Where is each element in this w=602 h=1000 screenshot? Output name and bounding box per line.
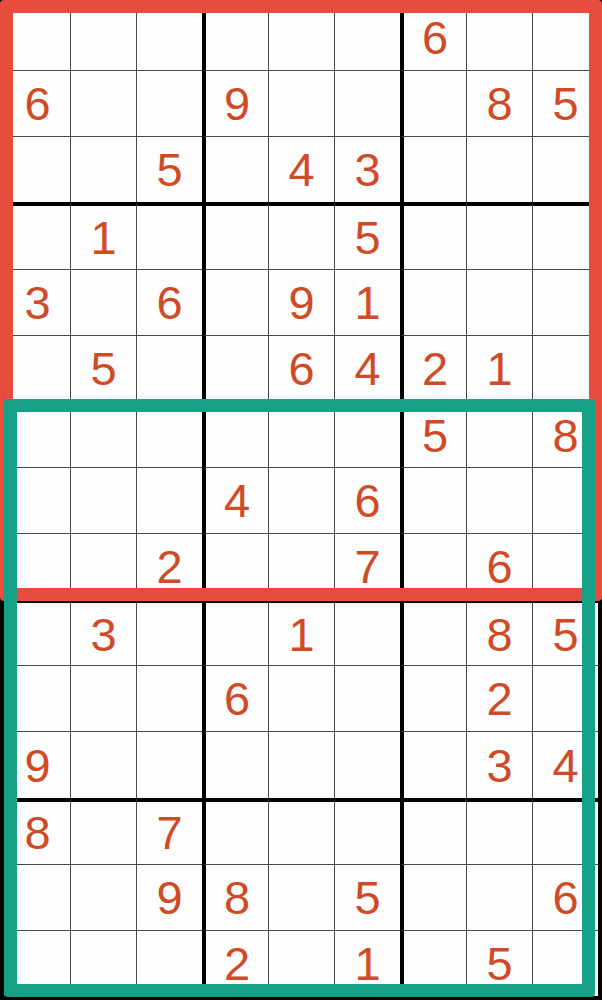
cell-r9c2[interactable] — [70, 533, 136, 599]
cell-r6c4[interactable] — [202, 335, 268, 401]
cell-r1c8[interactable] — [466, 4, 532, 70]
cell-r6c6[interactable]: 4 — [334, 335, 400, 401]
cell-r1c7[interactable]: 6 — [400, 4, 466, 70]
cell-r6c8[interactable]: 1 — [466, 335, 532, 401]
cell-r10c5[interactable]: 1 — [268, 599, 334, 665]
cell-r10c4[interactable] — [202, 599, 268, 665]
given-digit-3: 3 — [24, 279, 50, 326]
given-digit-8: 8 — [552, 412, 578, 459]
cell-r15c4[interactable]: 2 — [202, 930, 268, 996]
cell-r9c5[interactable] — [268, 533, 334, 599]
cell-r5c5[interactable]: 9 — [268, 269, 334, 335]
cell-r15c7[interactable] — [400, 930, 466, 996]
given-digit-4: 4 — [552, 742, 578, 789]
given-digit-5: 5 — [552, 80, 578, 127]
cell-r2c8[interactable]: 8 — [466, 70, 532, 136]
given-digit-9: 9 — [156, 874, 182, 921]
cell-r8c5[interactable] — [268, 467, 334, 533]
cell-r8c4[interactable]: 4 — [202, 467, 268, 533]
cell-r3c3[interactable]: 5 — [136, 136, 202, 202]
cell-r12c1[interactable]: 9 — [4, 731, 70, 797]
cell-r6c3[interactable] — [136, 335, 202, 401]
cell-r2c2[interactable] — [70, 70, 136, 136]
cell-r5c8[interactable] — [466, 269, 532, 335]
cell-r11c9[interactable] — [532, 665, 598, 731]
given-digit-1: 1 — [486, 345, 512, 392]
cell-r11c7[interactable] — [400, 665, 466, 731]
cell-r1c4[interactable] — [202, 4, 268, 70]
cell-r9c9[interactable] — [532, 533, 598, 599]
given-digit-5: 5 — [422, 412, 448, 459]
cell-r9c8[interactable]: 6 — [466, 533, 532, 599]
cell-r2c9[interactable]: 5 — [532, 70, 598, 136]
cell-r3c5[interactable]: 4 — [268, 136, 334, 202]
cell-r1c9[interactable] — [532, 4, 598, 70]
cell-r11c5[interactable] — [268, 665, 334, 731]
cell-r1c6[interactable] — [334, 4, 400, 70]
given-digit-7: 7 — [156, 809, 182, 856]
cell-r4c5[interactable] — [268, 202, 334, 268]
cell-r14c4[interactable]: 8 — [202, 864, 268, 930]
given-digit-4: 4 — [288, 146, 314, 193]
cell-r5c7[interactable] — [400, 269, 466, 335]
given-digit-2: 2 — [156, 543, 182, 590]
cell-r12c5[interactable] — [268, 731, 334, 797]
cell-r4c9[interactable] — [532, 202, 598, 268]
given-digit-5: 5 — [552, 611, 578, 658]
cell-r13c4[interactable] — [202, 798, 268, 864]
cell-r5c6[interactable]: 1 — [334, 269, 400, 335]
given-digit-1: 1 — [354, 940, 380, 987]
given-digit-9: 9 — [288, 279, 314, 326]
cell-r14c8[interactable] — [466, 864, 532, 930]
cell-r10c6[interactable] — [334, 599, 400, 665]
cell-r10c9[interactable]: 5 — [532, 599, 598, 665]
given-digit-1: 1 — [288, 611, 314, 658]
given-digit-8: 8 — [486, 80, 512, 127]
given-digit-6: 6 — [422, 14, 448, 61]
cell-r12c6[interactable] — [334, 731, 400, 797]
cell-r3c1[interactable] — [4, 136, 70, 202]
cell-r7c9[interactable]: 8 — [532, 401, 598, 467]
cell-r9c6[interactable]: 7 — [334, 533, 400, 599]
given-digit-3: 3 — [90, 611, 116, 658]
given-digit-3: 3 — [486, 742, 512, 789]
given-digit-5: 5 — [354, 214, 380, 261]
cell-r7c6[interactable] — [334, 401, 400, 467]
cell-r11c8[interactable]: 2 — [466, 665, 532, 731]
cell-r4c7[interactable] — [400, 202, 466, 268]
sudoku-page: 6698554315369156421584627631856293487985… — [0, 0, 602, 1000]
cell-r8c6[interactable]: 6 — [334, 467, 400, 533]
cell-r8c1[interactable] — [4, 467, 70, 533]
cell-r7c5[interactable] — [268, 401, 334, 467]
cell-r15c9[interactable] — [532, 930, 598, 996]
cell-r4c2[interactable]: 1 — [70, 202, 136, 268]
given-digit-5: 5 — [156, 146, 182, 193]
cell-r14c2[interactable] — [70, 864, 136, 930]
cell-r9c7[interactable] — [400, 533, 466, 599]
cell-r1c1[interactable] — [4, 4, 70, 70]
cell-r14c3[interactable]: 9 — [136, 864, 202, 930]
cell-r7c8[interactable] — [466, 401, 532, 467]
cell-r3c7[interactable] — [400, 136, 466, 202]
cell-r10c2[interactable]: 3 — [70, 599, 136, 665]
given-digit-5: 5 — [90, 345, 116, 392]
cell-r12c8[interactable]: 3 — [466, 731, 532, 797]
given-digit-8: 8 — [224, 874, 250, 921]
cell-r9c1[interactable] — [4, 533, 70, 599]
cell-r5c4[interactable] — [202, 269, 268, 335]
cell-r2c1[interactable]: 6 — [4, 70, 70, 136]
cell-r7c2[interactable] — [70, 401, 136, 467]
given-digit-2: 2 — [486, 675, 512, 722]
cell-r3c9[interactable] — [532, 136, 598, 202]
given-digit-6: 6 — [288, 345, 314, 392]
cell-r3c6[interactable]: 3 — [334, 136, 400, 202]
cell-r10c7[interactable] — [400, 599, 466, 665]
cell-r13c3[interactable]: 7 — [136, 798, 202, 864]
cell-r14c6[interactable]: 5 — [334, 864, 400, 930]
given-digit-6: 6 — [552, 874, 578, 921]
cell-r8c8[interactable] — [466, 467, 532, 533]
given-digit-6: 6 — [224, 675, 250, 722]
cell-r2c6[interactable] — [334, 70, 400, 136]
cell-r1c2[interactable] — [70, 4, 136, 70]
given-digit-7: 7 — [354, 543, 380, 590]
cell-r14c7[interactable] — [400, 864, 466, 930]
given-digit-8: 8 — [486, 611, 512, 658]
cell-r13c7[interactable] — [400, 798, 466, 864]
cell-r10c3[interactable] — [136, 599, 202, 665]
cell-r5c9[interactable] — [532, 269, 598, 335]
cell-r4c3[interactable] — [136, 202, 202, 268]
given-digit-3: 3 — [354, 146, 380, 193]
given-digit-1: 1 — [90, 214, 116, 261]
cell-r5c1[interactable]: 3 — [4, 269, 70, 335]
cell-r13c5[interactable] — [268, 798, 334, 864]
cell-r11c4[interactable]: 6 — [202, 665, 268, 731]
cell-r14c5[interactable] — [268, 864, 334, 930]
cell-r15c3[interactable] — [136, 930, 202, 996]
cell-r8c3[interactable] — [136, 467, 202, 533]
cell-r10c1[interactable] — [4, 599, 70, 665]
cell-r13c6[interactable] — [334, 798, 400, 864]
cell-r2c3[interactable] — [136, 70, 202, 136]
cell-r9c4[interactable] — [202, 533, 268, 599]
given-digit-4: 4 — [354, 345, 380, 392]
cell-r4c4[interactable] — [202, 202, 268, 268]
cell-r6c5[interactable]: 6 — [268, 335, 334, 401]
cell-r15c1[interactable] — [4, 930, 70, 996]
cell-r4c8[interactable] — [466, 202, 532, 268]
sudoku-board: 6698554315369156421584627631856293487985… — [0, 0, 602, 1000]
cell-r4c1[interactable] — [4, 202, 70, 268]
cell-r15c6[interactable]: 1 — [334, 930, 400, 996]
cell-r7c7[interactable]: 5 — [400, 401, 466, 467]
given-digit-9: 9 — [224, 80, 250, 127]
cell-r4c6[interactable]: 5 — [334, 202, 400, 268]
cell-r12c9[interactable]: 4 — [532, 731, 598, 797]
cell-r12c7[interactable] — [400, 731, 466, 797]
given-digit-6: 6 — [486, 543, 512, 590]
given-digit-2: 2 — [422, 345, 448, 392]
cell-r15c2[interactable] — [70, 930, 136, 996]
given-digit-9: 9 — [24, 742, 50, 789]
cell-r15c8[interactable]: 5 — [466, 930, 532, 996]
cell-r11c2[interactable] — [70, 665, 136, 731]
cell-r12c2[interactable] — [70, 731, 136, 797]
cell-r14c1[interactable] — [4, 864, 70, 930]
given-digit-1: 1 — [354, 279, 380, 326]
given-digit-6: 6 — [24, 80, 50, 127]
given-digit-6: 6 — [354, 477, 380, 524]
cell-r15c5[interactable] — [268, 930, 334, 996]
cell-r5c3[interactable]: 6 — [136, 269, 202, 335]
cell-r13c2[interactable] — [70, 798, 136, 864]
cell-r1c5[interactable] — [268, 4, 334, 70]
given-digit-2: 2 — [224, 940, 250, 987]
cell-r7c3[interactable] — [136, 401, 202, 467]
cell-r3c8[interactable] — [466, 136, 532, 202]
cell-r8c7[interactable] — [400, 467, 466, 533]
cell-r2c5[interactable] — [268, 70, 334, 136]
given-digit-5: 5 — [486, 940, 512, 987]
cell-r7c4[interactable] — [202, 401, 268, 467]
cell-r10c8[interactable]: 8 — [466, 599, 532, 665]
cell-r12c4[interactable] — [202, 731, 268, 797]
cell-r13c1[interactable]: 8 — [4, 798, 70, 864]
cell-r7c1[interactable] — [4, 401, 70, 467]
cell-r9c3[interactable]: 2 — [136, 533, 202, 599]
given-digit-6: 6 — [156, 279, 182, 326]
cell-r11c3[interactable] — [136, 665, 202, 731]
cell-r6c1[interactable] — [4, 335, 70, 401]
cell-r5c2[interactable] — [70, 269, 136, 335]
cell-r6c7[interactable]: 2 — [400, 335, 466, 401]
cell-r11c1[interactable] — [4, 665, 70, 731]
cell-r1c3[interactable] — [136, 4, 202, 70]
cell-r12c3[interactable] — [136, 731, 202, 797]
given-digit-5: 5 — [354, 874, 380, 921]
cell-r2c4[interactable]: 9 — [202, 70, 268, 136]
cell-r3c4[interactable] — [202, 136, 268, 202]
given-digit-4: 4 — [224, 477, 250, 524]
cell-r6c2[interactable]: 5 — [70, 335, 136, 401]
cell-r8c9[interactable] — [532, 467, 598, 533]
cell-r2c7[interactable] — [400, 70, 466, 136]
cell-r8c2[interactable] — [70, 467, 136, 533]
cell-r13c8[interactable] — [466, 798, 532, 864]
cell-r3c2[interactable] — [70, 136, 136, 202]
cell-r13c9[interactable] — [532, 798, 598, 864]
given-digit-8: 8 — [24, 809, 50, 856]
cell-r11c6[interactable] — [334, 665, 400, 731]
cell-r14c9[interactable]: 6 — [532, 864, 598, 930]
cell-r6c9[interactable] — [532, 335, 598, 401]
